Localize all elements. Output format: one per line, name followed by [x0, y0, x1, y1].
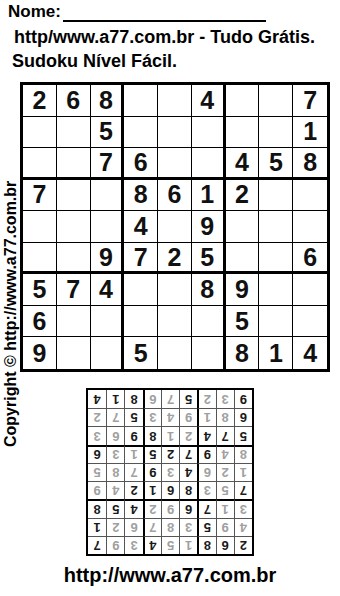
board-cell-r3c3: 7 — [91, 148, 125, 180]
board-cell-r7c9 — [293, 274, 327, 306]
board-cell-r1c6: 4 — [192, 85, 226, 117]
solution-cell-r5c1: 1 — [234, 463, 252, 481]
solution-cell-r4c9: 9 — [88, 481, 106, 499]
footer-url: http://www.a77.com.br — [0, 564, 340, 587]
solution-cell-r9c4: 5 — [179, 390, 197, 408]
board-cell-r5c2 — [57, 211, 91, 243]
board-cell-r1c1: 2 — [23, 85, 57, 117]
board-cell-r2c2 — [57, 117, 91, 149]
board-cell-r1c2: 6 — [57, 85, 91, 117]
solution-cell-r8c3: 1 — [197, 408, 215, 426]
board-cell-r6c3: 9 — [91, 243, 125, 275]
board-cell-r8c4 — [124, 306, 158, 338]
solution-cell-r1c2: 6 — [216, 536, 234, 554]
solution-cell-r5c8: 8 — [106, 463, 124, 481]
board-cell-r1c5 — [158, 85, 192, 117]
board-cell-r1c8 — [259, 85, 293, 117]
board-cell-r7c8 — [259, 274, 293, 306]
solution-cell-r9c1: 9 — [234, 390, 252, 408]
solution-cell-r6c2: 4 — [216, 445, 234, 463]
solution-cell-r6c3: 9 — [197, 445, 215, 463]
solution-cell-r8c2: 8 — [216, 408, 234, 426]
board-cell-r9c2 — [57, 337, 91, 369]
board-cell-r9c5 — [158, 337, 192, 369]
board-cell-r7c2: 7 — [57, 274, 91, 306]
solution-board-rotated: 2681543974953876213176924587538612491264… — [86, 388, 254, 556]
board-cell-r9c8: 1 — [259, 337, 293, 369]
board-cell-r8c9 — [293, 306, 327, 338]
solution-cell-r8c5: 4 — [161, 408, 179, 426]
board-cell-r8c2 — [57, 306, 91, 338]
board-cell-r1c4 — [124, 85, 158, 117]
board-cell-r1c7 — [226, 85, 260, 117]
solution-cell-r9c6: 6 — [143, 390, 161, 408]
board-cell-r5c9 — [293, 211, 327, 243]
board-cell-r5c4: 4 — [124, 211, 158, 243]
solution-cell-r2c1: 4 — [234, 518, 252, 536]
solution-cell-r1c4: 1 — [179, 536, 197, 554]
board-cell-r5c8 — [259, 211, 293, 243]
board-cell-r2c9: 1 — [293, 117, 327, 149]
solution-cell-r9c3: 2 — [197, 390, 215, 408]
solution-cell-r3c1: 3 — [234, 499, 252, 517]
solution-cell-r1c3: 8 — [197, 536, 215, 554]
board-cell-r8c7: 5 — [226, 306, 260, 338]
copyright-vertical-text: Copyright © http://www.a77.com.br — [2, 82, 20, 447]
name-underline — [63, 2, 266, 22]
board-cell-r9c6 — [192, 337, 226, 369]
board-cell-r6c9: 6 — [293, 243, 327, 275]
board-cell-r2c3: 5 — [91, 117, 125, 149]
solution-cell-r8c6: 3 — [143, 408, 161, 426]
board-cell-r2c1 — [23, 117, 57, 149]
solution-cell-r2c8: 2 — [106, 518, 124, 536]
board-cell-r5c3 — [91, 211, 125, 243]
board-cell-r3c2 — [57, 148, 91, 180]
board-cell-r6c8 — [259, 243, 293, 275]
solution-cell-r2c7: 6 — [124, 518, 142, 536]
solution-cell-r4c6: 1 — [143, 481, 161, 499]
solution-cell-r6c7: 1 — [124, 445, 142, 463]
board-cell-r8c6 — [192, 306, 226, 338]
solution-cell-r1c9: 7 — [88, 536, 106, 554]
solution-cell-r2c4: 3 — [179, 518, 197, 536]
board-cell-r1c3: 8 — [91, 85, 125, 117]
solution-cell-r2c5: 8 — [161, 518, 179, 536]
solution-cell-r4c5: 6 — [161, 481, 179, 499]
solution-cell-r1c1: 2 — [234, 536, 252, 554]
board-cell-r9c4: 5 — [124, 337, 158, 369]
solution-cell-r7c6: 8 — [143, 426, 161, 444]
board-cell-r5c7 — [226, 211, 260, 243]
board-cell-r2c8 — [259, 117, 293, 149]
solution-cell-r3c6: 2 — [143, 499, 161, 517]
solution-cell-r8c9: 2 — [88, 408, 106, 426]
board-cell-r3c1 — [23, 148, 57, 180]
solution-cell-r7c4: 2 — [179, 426, 197, 444]
solution-cell-r3c5: 9 — [161, 499, 179, 517]
board-cell-r8c5 — [158, 306, 192, 338]
board-cell-r7c5 — [158, 274, 192, 306]
solution-cell-r6c1: 8 — [234, 445, 252, 463]
board-cell-r4c5: 6 — [158, 180, 192, 212]
solution-cell-r8c4: 9 — [179, 408, 197, 426]
board-cell-r6c4: 7 — [124, 243, 158, 275]
board-cell-r7c4 — [124, 274, 158, 306]
sudoku-board: 268475176458786124997256574896595814 — [20, 82, 330, 372]
solution-cell-r6c8: 3 — [106, 445, 124, 463]
board-cell-r4c9 — [293, 180, 327, 212]
solution-cell-r5c5: 3 — [161, 463, 179, 481]
solution-cell-r4c3: 3 — [197, 481, 215, 499]
solution-cell-r8c7: 5 — [124, 408, 142, 426]
solution-cell-r5c9: 5 — [88, 463, 106, 481]
board-cell-r4c4: 8 — [124, 180, 158, 212]
solution-cell-r2c9: 1 — [88, 518, 106, 536]
board-cell-r3c7: 4 — [226, 148, 260, 180]
solution-cell-r8c1: 6 — [234, 408, 252, 426]
solution-cell-r7c8: 6 — [106, 426, 124, 444]
board-cell-r6c6: 5 — [192, 243, 226, 275]
board-cell-r4c8 — [259, 180, 293, 212]
board-cell-r6c2 — [57, 243, 91, 275]
board-cell-r7c6: 8 — [192, 274, 226, 306]
board-cell-r8c3 — [91, 306, 125, 338]
solution-cell-r1c5: 5 — [161, 536, 179, 554]
board-cell-r9c3 — [91, 337, 125, 369]
site-title: http/www.a77.com.br - Tudo Grátis. — [14, 27, 315, 48]
board-cell-r4c2 — [57, 180, 91, 212]
solution-cell-r4c7: 2 — [124, 481, 142, 499]
board-cell-r5c1 — [23, 211, 57, 243]
board-cell-r1c9: 7 — [293, 85, 327, 117]
solution-cell-r3c9: 8 — [88, 499, 106, 517]
solution-cell-r7c3: 4 — [197, 426, 215, 444]
board-cell-r4c3 — [91, 180, 125, 212]
solution-cell-r7c2: 7 — [216, 426, 234, 444]
solution-cell-r4c1: 7 — [234, 481, 252, 499]
solution-cell-r7c9: 3 — [88, 426, 106, 444]
board-cell-r4c6: 1 — [192, 180, 226, 212]
board-cell-r3c5 — [158, 148, 192, 180]
solution-cell-r7c5: 1 — [161, 426, 179, 444]
board-cell-r7c1: 5 — [23, 274, 57, 306]
name-row: Nome: — [8, 2, 266, 22]
difficulty-title: Sudoku Nível Fácil. — [12, 51, 177, 72]
solution-cell-r3c3: 7 — [197, 499, 215, 517]
solution-cell-r9c9: 4 — [88, 390, 106, 408]
solution-cell-r4c2: 5 — [216, 481, 234, 499]
solution-cell-r2c6: 7 — [143, 518, 161, 536]
board-cell-r5c5 — [158, 211, 192, 243]
board-cell-r3c4: 6 — [124, 148, 158, 180]
solution-cell-r2c3: 5 — [197, 518, 215, 536]
solution-cell-r5c6: 9 — [143, 463, 161, 481]
board-cell-r4c7: 2 — [226, 180, 260, 212]
board-cell-r6c1 — [23, 243, 57, 275]
solution-cell-r4c4: 8 — [179, 481, 197, 499]
board-cell-r6c7 — [226, 243, 260, 275]
board-cell-r2c4 — [124, 117, 158, 149]
solution-cell-r3c4: 6 — [179, 499, 197, 517]
solution-cell-r9c2: 3 — [216, 390, 234, 408]
board-cell-r9c9: 4 — [293, 337, 327, 369]
solution-cell-r5c2: 2 — [216, 463, 234, 481]
board-cell-r7c3: 4 — [91, 274, 125, 306]
board-cell-r9c7: 8 — [226, 337, 260, 369]
solution-cell-r3c8: 5 — [106, 499, 124, 517]
board-cell-r3c8: 5 — [259, 148, 293, 180]
solution-cell-r1c8: 9 — [106, 536, 124, 554]
solution-cell-r8c8: 7 — [106, 408, 124, 426]
sudoku-worksheet-page: Nome: http/www.a77.com.br - Tudo Grátis.… — [0, 0, 340, 596]
solution-cell-r3c2: 1 — [216, 499, 234, 517]
board-cell-r8c1: 6 — [23, 306, 57, 338]
board-cell-r3c9: 8 — [293, 148, 327, 180]
solution-cell-r3c7: 4 — [124, 499, 142, 517]
board-cell-r2c7 — [226, 117, 260, 149]
name-label: Nome: — [8, 2, 61, 22]
solution-cell-r6c9: 6 — [88, 445, 106, 463]
board-cell-r3c6 — [192, 148, 226, 180]
solution-cell-r4c8: 4 — [106, 481, 124, 499]
solution-cell-r9c7: 8 — [124, 390, 142, 408]
solution-cell-r5c4: 4 — [179, 463, 197, 481]
solution-cell-r5c7: 7 — [124, 463, 142, 481]
solution-cell-r7c7: 9 — [124, 426, 142, 444]
board-cell-r2c5 — [158, 117, 192, 149]
solution-cell-r9c8: 1 — [106, 390, 124, 408]
solution-cell-r2c2: 9 — [216, 518, 234, 536]
solution-cell-r1c7: 3 — [124, 536, 142, 554]
board-cell-r2c6 — [192, 117, 226, 149]
solution-cell-r6c4: 7 — [179, 445, 197, 463]
solution-cell-r5c3: 6 — [197, 463, 215, 481]
board-cell-r4c1: 7 — [23, 180, 57, 212]
solution-cell-r9c5: 7 — [161, 390, 179, 408]
board-cell-r9c1: 9 — [23, 337, 57, 369]
solution-cell-r7c1: 5 — [234, 426, 252, 444]
solution-cell-r6c6: 5 — [143, 445, 161, 463]
solution-cell-r1c6: 4 — [143, 536, 161, 554]
board-cell-r5c6: 9 — [192, 211, 226, 243]
board-cell-r7c7: 9 — [226, 274, 260, 306]
board-cell-r6c5: 2 — [158, 243, 192, 275]
board-cell-r8c8 — [259, 306, 293, 338]
solution-cell-r6c5: 2 — [161, 445, 179, 463]
